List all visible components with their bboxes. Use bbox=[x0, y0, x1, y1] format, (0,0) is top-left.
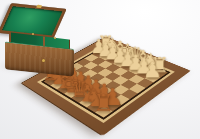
board-square: ♞ bbox=[50, 80, 65, 89]
brass-latch-icon bbox=[36, 5, 42, 8]
chess-box bbox=[0, 0, 104, 80]
board-square bbox=[113, 95, 130, 105]
brass-hinge-icon bbox=[54, 37, 56, 39]
box-lid-felt bbox=[2, 6, 62, 35]
piece-white-rook: ♜ bbox=[150, 55, 169, 76]
brass-hinge-icon bbox=[32, 33, 34, 35]
product-photo-scene: ♜♞♝♚♛♝♞♜♟♟♟♟♟♟♟♟♟♟♟♟♟♟♟♟♜♞♝♚♛♝♞♜ bbox=[0, 0, 200, 139]
brass-clasp-icon bbox=[42, 59, 45, 62]
board-square bbox=[105, 81, 121, 90]
